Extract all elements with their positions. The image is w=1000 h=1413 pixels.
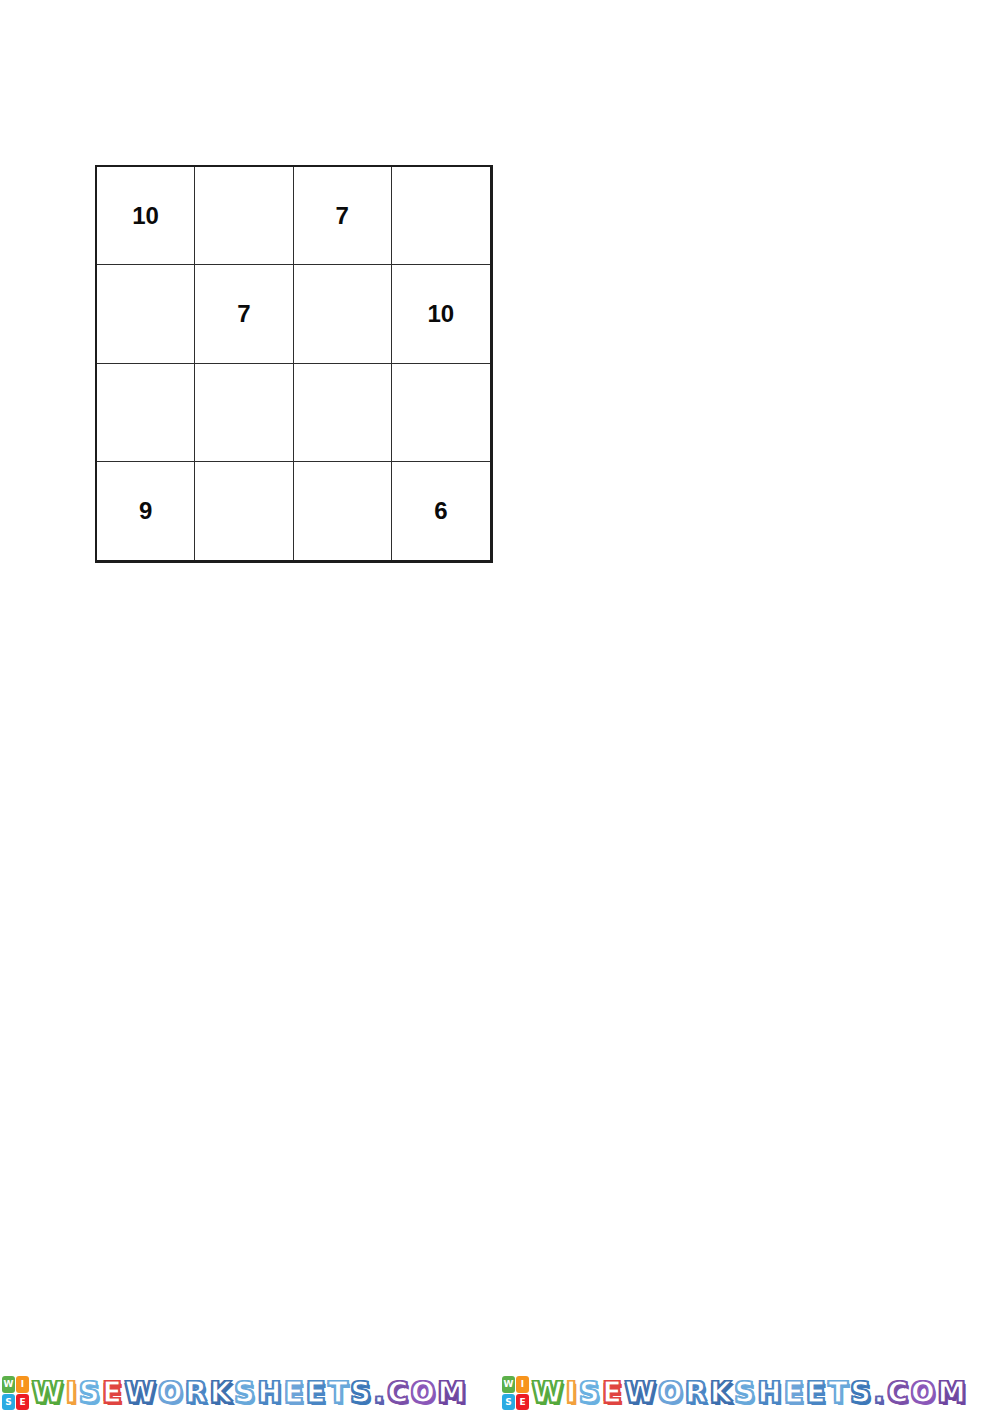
grid-cell-r1c3: 7 <box>294 167 392 265</box>
watermark-letter: C <box>387 1376 411 1409</box>
logo-square-s: S <box>502 1394 515 1411</box>
watermark-text: WISEWORKSHEETS.COM <box>532 1371 969 1413</box>
grid-cell-r2c4: 10 <box>392 265 490 363</box>
watermark-letter: S <box>735 1376 758 1409</box>
grid-cell-r3c3[interactable] <box>294 364 392 462</box>
watermark-letter: S <box>351 1376 374 1409</box>
watermark-letter: S <box>235 1376 258 1409</box>
watermark-text: WISEWORKSHEETS.COM <box>32 1371 469 1413</box>
watermark-letter: W <box>532 1376 566 1409</box>
watermark-letter: . <box>874 1376 888 1409</box>
grid-cell-r3c4[interactable] <box>392 364 490 462</box>
grid-cell-r4c1: 9 <box>97 462 195 560</box>
grid-cell-r2c3[interactable] <box>294 265 392 363</box>
logo-square-i: I <box>516 1376 529 1393</box>
watermark: WISEWISEWORKSHEETS.COM <box>500 1371 1000 1413</box>
watermark-letter: W <box>125 1376 159 1409</box>
watermark-letter: O <box>411 1376 438 1409</box>
watermark-letter: W <box>32 1376 66 1409</box>
watermark-letter: S <box>851 1376 874 1409</box>
grid-cell-r3c2[interactable] <box>195 364 293 462</box>
watermark-letter: R <box>685 1376 710 1409</box>
grid-cell-r1c4[interactable] <box>392 167 490 265</box>
watermark-letter: E <box>306 1376 328 1409</box>
wise-logo-icon: WISE <box>2 1376 29 1410</box>
watermark-letter: S <box>79 1376 102 1409</box>
grid-cell-r3c1[interactable] <box>97 364 195 462</box>
watermark-letter: S <box>579 1376 602 1409</box>
watermark-strip: WISEWISEWORKSHEETS.COMWISEWISEWORKSHEETS… <box>0 1371 1000 1413</box>
watermark-letter: C <box>887 1376 911 1409</box>
watermark-letter: T <box>328 1376 350 1409</box>
grid-cell-r1c2[interactable] <box>195 167 293 265</box>
watermark-letter: M <box>438 1376 469 1409</box>
logo-square-e: E <box>516 1394 529 1411</box>
watermark-letter: E <box>784 1376 806 1409</box>
watermark-letter: T <box>828 1376 850 1409</box>
watermark-letter: O <box>659 1376 686 1409</box>
logo-square-w: W <box>2 1376 15 1393</box>
grid-cell-r2c2: 7 <box>195 265 293 363</box>
grid-cell-r4c3[interactable] <box>294 462 392 560</box>
watermark-letter: I <box>566 1376 579 1409</box>
watermark-letter: H <box>758 1376 784 1409</box>
logo-square-e: E <box>16 1394 29 1411</box>
watermark-letter: E <box>602 1376 624 1409</box>
watermark-letter: M <box>938 1376 969 1409</box>
watermark-letter: E <box>102 1376 124 1409</box>
watermark-letter: R <box>185 1376 210 1409</box>
grid-cell-r2c1[interactable] <box>97 265 195 363</box>
grid-cell-r1c1: 10 <box>97 167 195 265</box>
watermark-letter: H <box>258 1376 284 1409</box>
watermark-letter: E <box>806 1376 828 1409</box>
grid-cell-r4c4: 6 <box>392 462 490 560</box>
logo-square-w: W <box>502 1376 515 1393</box>
watermark-letter: O <box>159 1376 186 1409</box>
watermark-letter: K <box>210 1376 235 1409</box>
watermark-letter: I <box>66 1376 79 1409</box>
watermark-letter: E <box>284 1376 306 1409</box>
wise-logo-icon: WISE <box>502 1376 529 1410</box>
logo-square-i: I <box>16 1376 29 1393</box>
watermark-letter: W <box>625 1376 659 1409</box>
puzzle-grid: 10771096 <box>95 165 493 563</box>
grid-cell-r4c2[interactable] <box>195 462 293 560</box>
watermark-letter: . <box>374 1376 388 1409</box>
watermark-letter: O <box>911 1376 938 1409</box>
watermark: WISEWISEWORKSHEETS.COM <box>0 1371 500 1413</box>
logo-square-s: S <box>2 1394 15 1411</box>
watermark-letter: K <box>710 1376 735 1409</box>
